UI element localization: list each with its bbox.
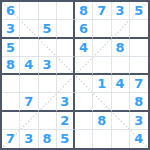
cell-r1c6-given-7[interactable]: 7 xyxy=(93,2,111,20)
cell-r3c2-empty[interactable] xyxy=(20,39,38,57)
cell-r5c4-empty[interactable] xyxy=(57,75,75,93)
cell-r5c2-empty[interactable] xyxy=(20,75,38,93)
cell-r3c3-empty[interactable] xyxy=(39,39,57,57)
cell-r3c5-given-4[interactable]: 4 xyxy=(75,39,93,57)
cell-r3c4-empty[interactable] xyxy=(57,39,75,57)
cell-r5c7-given-4[interactable]: 4 xyxy=(112,75,130,93)
cell-r2c6-empty[interactable] xyxy=(93,20,111,38)
cell-r1c4-empty[interactable] xyxy=(57,2,75,20)
cell-r6c5-empty[interactable] xyxy=(75,93,93,111)
cell-r3c6-empty[interactable] xyxy=(93,39,111,57)
cell-r2c2-empty[interactable] xyxy=(20,20,38,38)
sudoku-board: 6873535654884314773828373854 xyxy=(0,0,150,150)
cell-r5c6-given-1[interactable]: 1 xyxy=(93,75,111,93)
cell-r5c3-empty[interactable] xyxy=(39,75,57,93)
cell-r4c5-empty[interactable] xyxy=(75,57,93,75)
cell-r8c2-given-3[interactable]: 3 xyxy=(20,130,38,148)
cell-r1c7-given-3[interactable]: 3 xyxy=(112,2,130,20)
cell-r3c8-empty[interactable] xyxy=(130,39,148,57)
cell-r8c3-given-8[interactable]: 8 xyxy=(39,130,57,148)
cell-r2c5-given-6[interactable]: 6 xyxy=(75,20,93,38)
sudoku-grid: 6873535654884314773828373854 xyxy=(2,2,148,148)
cell-r7c4-given-2[interactable]: 2 xyxy=(57,112,75,130)
cell-r7c7-empty[interactable] xyxy=(112,112,130,130)
cell-r8c1-given-7[interactable]: 7 xyxy=(2,130,20,148)
cell-r7c8-given-3[interactable]: 3 xyxy=(130,112,148,130)
cell-r8c8-given-4[interactable]: 4 xyxy=(130,130,148,148)
cell-r6c4-given-3[interactable]: 3 xyxy=(57,93,75,111)
cell-r8c4-given-5[interactable]: 5 xyxy=(57,130,75,148)
cell-r3c1-given-5[interactable]: 5 xyxy=(2,39,20,57)
cell-r1c3-empty[interactable] xyxy=(39,2,57,20)
cell-r7c2-empty[interactable] xyxy=(20,112,38,130)
cell-r2c8-empty[interactable] xyxy=(130,20,148,38)
cell-r8c5-empty[interactable] xyxy=(75,130,93,148)
cell-r1c2-empty[interactable] xyxy=(20,2,38,20)
cell-r8c6-empty[interactable] xyxy=(93,130,111,148)
cell-r6c2-given-7[interactable]: 7 xyxy=(20,93,38,111)
cell-r7c6-given-8[interactable]: 8 xyxy=(93,112,111,130)
cell-r8c7-empty[interactable] xyxy=(112,130,130,148)
cell-r2c1-given-3[interactable]: 3 xyxy=(2,20,20,38)
cell-r5c8-given-7[interactable]: 7 xyxy=(130,75,148,93)
cell-r2c3-given-5[interactable]: 5 xyxy=(39,20,57,38)
cell-r6c7-empty[interactable] xyxy=(112,93,130,111)
cell-r4c3-given-3[interactable]: 3 xyxy=(39,57,57,75)
cell-r6c3-empty[interactable] xyxy=(39,93,57,111)
cell-r5c1-empty[interactable] xyxy=(2,75,20,93)
cell-r6c8-given-8[interactable]: 8 xyxy=(130,93,148,111)
cell-r7c5-empty[interactable] xyxy=(75,112,93,130)
cell-r6c6-empty[interactable] xyxy=(93,93,111,111)
cell-r1c8-given-5[interactable]: 5 xyxy=(130,2,148,20)
cell-r4c2-given-4[interactable]: 4 xyxy=(20,57,38,75)
cell-r7c1-empty[interactable] xyxy=(2,112,20,130)
cell-r2c7-empty[interactable] xyxy=(112,20,130,38)
cell-r1c5-given-8[interactable]: 8 xyxy=(75,2,93,20)
cell-r2c4-empty[interactable] xyxy=(57,20,75,38)
cell-r3c7-given-8[interactable]: 8 xyxy=(112,39,130,57)
cell-r1c1-given-6[interactable]: 6 xyxy=(2,2,20,20)
cell-r4c7-empty[interactable] xyxy=(112,57,130,75)
cell-r4c8-empty[interactable] xyxy=(130,57,148,75)
cell-r7c3-empty[interactable] xyxy=(39,112,57,130)
cell-r4c1-given-8[interactable]: 8 xyxy=(2,57,20,75)
cell-r4c6-empty[interactable] xyxy=(93,57,111,75)
cell-r5c5-empty[interactable] xyxy=(75,75,93,93)
cell-r6c1-empty[interactable] xyxy=(2,93,20,111)
cell-r4c4-empty[interactable] xyxy=(57,57,75,75)
